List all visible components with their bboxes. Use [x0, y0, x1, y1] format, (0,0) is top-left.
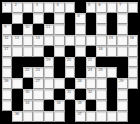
crossword-cell[interactable]: 14 — [33, 35, 43, 46]
crossword-cell[interactable] — [54, 78, 64, 89]
crossword-cell[interactable] — [107, 111, 117, 122]
crossword-cell[interactable] — [86, 111, 96, 122]
crossword-cell[interactable]: 9 — [2, 24, 12, 35]
black-cell — [44, 13, 54, 24]
crossword-cell[interactable] — [96, 13, 106, 24]
clue-number: 26 — [4, 79, 8, 83]
crossword-cell[interactable] — [44, 111, 54, 122]
crossword-cell[interactable] — [96, 100, 106, 111]
crossword-cell[interactable] — [117, 100, 127, 111]
black-cell — [54, 67, 64, 78]
black-cell — [107, 57, 117, 68]
clue-number: 3 — [35, 3, 37, 7]
crossword-cell[interactable] — [107, 46, 117, 57]
crossword-cell[interactable] — [65, 2, 75, 13]
clue-number: 9 — [4, 25, 6, 29]
crossword-cell[interactable]: 5 — [86, 2, 96, 13]
black-cell — [86, 24, 96, 35]
crossword-cell[interactable] — [117, 46, 127, 57]
black-cell — [23, 57, 33, 68]
black-cell — [33, 57, 43, 68]
black-cell — [107, 24, 117, 35]
crossword-cell[interactable]: 6 — [96, 2, 106, 13]
crossword-board-frame: 1234567891011121314151617181920212223242… — [0, 0, 140, 124]
clue-number: 13 — [14, 36, 18, 40]
crossword-cell[interactable] — [75, 35, 85, 46]
crossword-cell[interactable] — [117, 89, 127, 100]
crossword-cell[interactable] — [117, 35, 127, 46]
black-cell — [128, 111, 138, 122]
black-cell — [86, 46, 96, 57]
black-cell — [128, 100, 138, 111]
crossword-cell[interactable] — [2, 89, 12, 100]
black-cell — [107, 89, 117, 100]
crossword-cell[interactable] — [54, 13, 64, 24]
crossword-cell[interactable] — [12, 78, 22, 89]
crossword-cell[interactable] — [44, 89, 54, 100]
black-cell — [65, 46, 75, 57]
clue-number: 30 — [25, 90, 29, 94]
crossword-cell[interactable]: 35 — [75, 100, 85, 111]
clue-number: 31 — [67, 90, 71, 94]
black-cell — [33, 24, 43, 35]
clue-number: 4 — [56, 3, 58, 7]
crossword-cell[interactable] — [54, 35, 64, 46]
crossword-cell[interactable] — [117, 13, 127, 24]
crossword-cell[interactable]: 12 — [2, 35, 12, 46]
clue-number: 19 — [46, 58, 50, 62]
crossword-cell[interactable] — [96, 24, 106, 35]
crossword-cell[interactable]: 25 — [96, 67, 106, 78]
crossword-board: 1234567891011121314151617181920212223242… — [2, 2, 138, 122]
black-cell — [96, 57, 106, 68]
crossword-cell[interactable]: 29 — [117, 78, 127, 89]
clue-number: 35 — [77, 101, 81, 105]
black-cell — [65, 78, 75, 89]
clue-number: 20 — [67, 58, 71, 62]
crossword-cell[interactable]: 30 — [23, 89, 33, 100]
crossword-cell[interactable]: 23 — [33, 67, 43, 78]
black-cell — [65, 111, 75, 122]
clue-number: 8 — [77, 14, 79, 18]
clue-number: 2 — [14, 3, 16, 7]
clue-number: 28 — [77, 79, 81, 83]
crossword-cell[interactable]: 1 — [2, 2, 12, 13]
crossword-cell[interactable] — [23, 35, 33, 46]
clue-number: 22 — [25, 68, 29, 72]
crossword-cell[interactable] — [128, 57, 138, 68]
crossword-cell[interactable] — [2, 67, 12, 78]
crossword-cell[interactable] — [65, 67, 75, 78]
clue-number: 15 — [109, 36, 113, 40]
crossword-cell[interactable] — [96, 35, 106, 46]
black-cell — [107, 78, 117, 89]
black-cell — [54, 57, 64, 68]
crossword-cell[interactable]: 24 — [86, 67, 96, 78]
black-cell — [117, 67, 127, 78]
clue-number: 5 — [88, 3, 90, 7]
crossword-cell[interactable]: 31 — [65, 89, 75, 100]
clue-number: 25 — [98, 68, 102, 72]
crossword-cell[interactable] — [2, 100, 12, 111]
crossword-cell[interactable]: 18 — [96, 46, 106, 57]
clue-number: 29 — [119, 79, 123, 83]
crossword-cell[interactable]: 19 — [44, 57, 54, 68]
crossword-cell[interactable]: 8 — [75, 13, 85, 24]
black-cell — [12, 100, 22, 111]
crossword-cell[interactable] — [107, 2, 117, 13]
black-cell — [2, 111, 12, 122]
clue-number: 11 — [46, 25, 50, 29]
crossword-cell[interactable]: 26 — [2, 78, 12, 89]
crossword-cell[interactable] — [44, 2, 54, 13]
crossword-cell[interactable]: 17 — [2, 46, 12, 57]
clue-number: 21 — [88, 58, 92, 62]
crossword-cell[interactable]: 33 — [23, 100, 33, 111]
crossword-cell[interactable] — [128, 46, 138, 57]
crossword-cell[interactable]: 20 — [65, 57, 75, 68]
black-cell — [2, 13, 12, 24]
crossword-cell[interactable] — [44, 67, 54, 78]
clue-number: 12 — [4, 36, 8, 40]
black-cell — [12, 89, 22, 100]
crossword-cell[interactable] — [33, 111, 43, 122]
crossword-cell[interactable]: 13 — [12, 35, 22, 46]
clue-number: 27 — [35, 79, 39, 83]
crossword-cell[interactable] — [23, 111, 33, 122]
black-cell — [75, 67, 85, 78]
black-cell — [65, 100, 75, 111]
black-cell — [86, 100, 96, 111]
clue-number: 17 — [4, 47, 8, 51]
crossword-cell[interactable] — [23, 46, 33, 57]
black-cell — [117, 57, 127, 68]
crossword-cell[interactable] — [12, 13, 22, 24]
crossword-cell[interactable] — [75, 24, 85, 35]
black-cell — [75, 2, 85, 13]
black-cell — [12, 67, 22, 78]
crossword-cell[interactable] — [128, 78, 138, 89]
black-cell — [65, 24, 75, 35]
clue-number: 24 — [88, 68, 92, 72]
crossword-cell[interactable] — [117, 111, 127, 122]
clue-number: 7 — [119, 3, 121, 7]
crossword-cell[interactable]: 22 — [23, 67, 33, 78]
crossword-cell[interactable] — [33, 13, 43, 24]
clue-number: 34 — [56, 101, 60, 105]
crossword-cell[interactable]: 2 — [12, 2, 22, 13]
crossword-cell[interactable] — [12, 46, 22, 57]
black-cell — [128, 24, 138, 35]
black-cell — [107, 13, 117, 24]
crossword-cell[interactable] — [128, 2, 138, 13]
crossword-cell[interactable] — [54, 24, 64, 35]
black-cell — [12, 57, 22, 68]
black-cell — [86, 13, 96, 24]
clue-number: 32 — [88, 90, 92, 94]
crossword-cell[interactable]: 7 — [117, 2, 127, 13]
clue-number: 23 — [35, 68, 39, 72]
black-cell — [12, 24, 22, 35]
black-cell — [75, 57, 85, 68]
crossword-cell[interactable] — [33, 46, 43, 57]
black-cell — [128, 89, 138, 100]
crossword-cell[interactable] — [54, 111, 64, 122]
crossword-cell[interactable] — [117, 24, 127, 35]
crossword-cell[interactable]: 10 — [23, 24, 33, 35]
crossword-cell[interactable] — [96, 111, 106, 122]
crossword-cell[interactable] — [54, 46, 64, 57]
crossword-cell[interactable] — [96, 89, 106, 100]
clue-number: 18 — [98, 47, 102, 51]
black-cell — [75, 89, 85, 100]
crossword-cell[interactable] — [75, 46, 85, 57]
crossword-cell[interactable] — [23, 2, 33, 13]
crossword-cell[interactable]: 34 — [54, 100, 64, 111]
crossword-cell[interactable] — [96, 78, 106, 89]
clue-number: 37 — [77, 112, 81, 116]
crossword-cell[interactable]: 28 — [75, 78, 85, 89]
crossword-cell[interactable]: 32 — [86, 89, 96, 100]
crossword-cell[interactable] — [128, 67, 138, 78]
crossword-cell[interactable]: 3 — [33, 2, 43, 13]
clue-number: 36 — [14, 112, 18, 116]
crossword-cell[interactable]: 27 — [33, 78, 43, 89]
crossword-cell[interactable] — [86, 78, 96, 89]
crossword-cell[interactable] — [107, 67, 117, 78]
black-cell — [65, 13, 75, 24]
clue-number: 33 — [25, 101, 29, 105]
crossword-cell[interactable] — [86, 35, 96, 46]
black-cell — [23, 13, 33, 24]
clue-number: 6 — [98, 3, 100, 7]
crossword-cell[interactable]: 11 — [44, 24, 54, 35]
crossword-cell[interactable]: 4 — [54, 2, 64, 13]
clue-number: 1 — [4, 3, 6, 7]
black-cell — [23, 78, 33, 89]
crossword-cell[interactable] — [2, 57, 12, 68]
black-cell — [128, 13, 138, 24]
crossword-cell[interactable] — [44, 78, 54, 89]
clue-number: 14 — [35, 36, 39, 40]
crossword-cell[interactable]: 37 — [75, 111, 85, 122]
crossword-cell[interactable]: 36 — [12, 111, 22, 122]
clue-number: 16 — [130, 36, 134, 40]
clue-number: 10 — [25, 25, 29, 29]
crossword-cell[interactable]: 21 — [86, 57, 96, 68]
crossword-cell[interactable] — [44, 35, 54, 46]
crossword-cell[interactable] — [65, 35, 75, 46]
crossword-cell[interactable] — [33, 89, 43, 100]
black-cell — [107, 100, 117, 111]
black-cell — [44, 46, 54, 57]
crossword-cell[interactable] — [33, 100, 43, 111]
black-cell — [44, 100, 54, 111]
crossword-cell[interactable]: 15 — [107, 35, 117, 46]
crossword-cell[interactable]: 16 — [128, 35, 138, 46]
black-cell — [54, 89, 64, 100]
